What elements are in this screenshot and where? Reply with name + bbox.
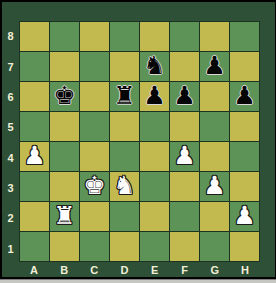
rank-labels: 87654321 xyxy=(2,21,19,264)
square-h2[interactable]: ♟ xyxy=(230,202,259,231)
square-g2[interactable] xyxy=(200,202,229,231)
square-g4[interactable] xyxy=(200,142,229,171)
square-e2[interactable] xyxy=(140,202,169,231)
square-e3[interactable] xyxy=(140,172,169,201)
square-b1[interactable] xyxy=(50,232,79,261)
file-label-c: C xyxy=(79,263,109,277)
square-b3[interactable] xyxy=(50,172,79,201)
white-king[interactable]: ♚ xyxy=(83,172,105,200)
square-f7[interactable] xyxy=(170,52,199,81)
square-a3[interactable] xyxy=(20,172,49,201)
white-pawn[interactable]: ♟ xyxy=(173,142,195,170)
rank-label-3: 3 xyxy=(2,173,19,203)
square-g1[interactable] xyxy=(200,232,229,261)
square-f6[interactable]: ♟ xyxy=(170,82,199,111)
square-a1[interactable] xyxy=(20,232,49,261)
black-pawn[interactable]: ♟ xyxy=(233,82,255,110)
square-e5[interactable] xyxy=(140,112,169,141)
square-d7[interactable] xyxy=(110,52,139,81)
chess-board-window: 87654321 ♞♟♚♜♟♟♟♟♟♚♞♟♜♟ ABCDEFGH xyxy=(0,0,276,283)
rank-label-4: 4 xyxy=(2,143,19,173)
file-label-e: E xyxy=(140,263,170,277)
square-d6[interactable]: ♜ xyxy=(110,82,139,111)
square-c8[interactable] xyxy=(80,22,109,51)
file-label-h: H xyxy=(230,263,260,277)
square-b4[interactable] xyxy=(50,142,79,171)
rank-label-2: 2 xyxy=(2,203,19,233)
square-c4[interactable] xyxy=(80,142,109,171)
white-pawn[interactable]: ♟ xyxy=(203,172,225,200)
white-pawn[interactable]: ♟ xyxy=(23,142,45,170)
black-pawn[interactable]: ♟ xyxy=(203,52,225,80)
square-a2[interactable] xyxy=(20,202,49,231)
square-e1[interactable] xyxy=(140,232,169,261)
square-b8[interactable] xyxy=(50,22,79,51)
rank-label-8: 8 xyxy=(2,21,19,51)
square-b2[interactable]: ♜ xyxy=(50,202,79,231)
square-f1[interactable] xyxy=(170,232,199,261)
black-knight[interactable]: ♞ xyxy=(143,52,165,80)
square-e6[interactable]: ♟ xyxy=(140,82,169,111)
square-a5[interactable] xyxy=(20,112,49,141)
square-a7[interactable] xyxy=(20,52,49,81)
file-labels: ABCDEFGH xyxy=(19,263,260,277)
file-label-d: D xyxy=(109,263,139,277)
square-f4[interactable]: ♟ xyxy=(170,142,199,171)
square-a6[interactable] xyxy=(20,82,49,111)
square-h8[interactable] xyxy=(230,22,259,51)
square-a8[interactable] xyxy=(20,22,49,51)
square-b5[interactable] xyxy=(50,112,79,141)
square-d5[interactable] xyxy=(110,112,139,141)
square-f2[interactable] xyxy=(170,202,199,231)
square-e8[interactable] xyxy=(140,22,169,51)
rank-label-6: 6 xyxy=(2,82,19,112)
square-c5[interactable] xyxy=(80,112,109,141)
rank-label-7: 7 xyxy=(2,51,19,81)
file-label-f: F xyxy=(170,263,200,277)
file-label-a: A xyxy=(19,263,49,277)
square-d1[interactable] xyxy=(110,232,139,261)
rank-label-1: 1 xyxy=(2,234,19,264)
black-king[interactable]: ♚ xyxy=(53,82,75,110)
square-g3[interactable]: ♟ xyxy=(200,172,229,201)
square-d3[interactable]: ♞ xyxy=(110,172,139,201)
square-f8[interactable] xyxy=(170,22,199,51)
black-rook[interactable]: ♜ xyxy=(113,82,135,110)
square-e7[interactable]: ♞ xyxy=(140,52,169,81)
file-label-g: G xyxy=(200,263,230,277)
square-d4[interactable] xyxy=(110,142,139,171)
black-pawn[interactable]: ♟ xyxy=(143,82,165,110)
square-e4[interactable] xyxy=(140,142,169,171)
square-f3[interactable] xyxy=(170,172,199,201)
square-h1[interactable] xyxy=(230,232,259,261)
square-h6[interactable]: ♟ xyxy=(230,82,259,111)
black-pawn[interactable]: ♟ xyxy=(173,82,195,110)
white-knight[interactable]: ♞ xyxy=(113,172,135,200)
square-d8[interactable] xyxy=(110,22,139,51)
square-d2[interactable] xyxy=(110,202,139,231)
square-g5[interactable] xyxy=(200,112,229,141)
square-c1[interactable] xyxy=(80,232,109,261)
square-c2[interactable] xyxy=(80,202,109,231)
square-g8[interactable] xyxy=(200,22,229,51)
square-b7[interactable] xyxy=(50,52,79,81)
square-c7[interactable] xyxy=(80,52,109,81)
window-bottom-edge xyxy=(0,279,276,283)
rank-label-5: 5 xyxy=(2,112,19,142)
chess-board[interactable]: ♞♟♚♜♟♟♟♟♟♚♞♟♜♟ xyxy=(19,21,260,262)
square-c3[interactable]: ♚ xyxy=(80,172,109,201)
square-a4[interactable]: ♟ xyxy=(20,142,49,171)
square-g6[interactable] xyxy=(200,82,229,111)
square-f5[interactable] xyxy=(170,112,199,141)
square-g7[interactable]: ♟ xyxy=(200,52,229,81)
white-rook[interactable]: ♜ xyxy=(53,202,75,230)
square-b6[interactable]: ♚ xyxy=(50,82,79,111)
square-h4[interactable] xyxy=(230,142,259,171)
square-h7[interactable] xyxy=(230,52,259,81)
white-pawn[interactable]: ♟ xyxy=(233,202,255,230)
file-label-b: B xyxy=(49,263,79,277)
square-h3[interactable] xyxy=(230,172,259,201)
square-c6[interactable] xyxy=(80,82,109,111)
square-h5[interactable] xyxy=(230,112,259,141)
